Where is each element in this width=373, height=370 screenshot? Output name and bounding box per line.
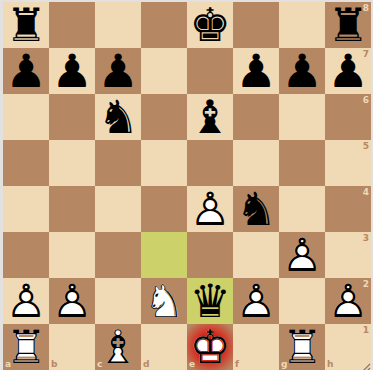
piece-black-pawn-a7[interactable]: ♟	[3, 48, 49, 94]
piece-glyph: ♞	[233, 186, 279, 232]
piece-outline-glyph: ♖	[3, 324, 49, 370]
square-a8[interactable]: ♜	[3, 2, 49, 48]
piece-black-queen-e2[interactable]: ♛	[187, 278, 233, 324]
square-h4[interactable]: 4	[325, 186, 371, 232]
piece-outline-glyph: ♙	[279, 232, 325, 278]
square-h3[interactable]: 3	[325, 232, 371, 278]
square-b1[interactable]: b	[49, 324, 95, 370]
square-d2[interactable]: ♞♘	[141, 278, 187, 324]
square-f5[interactable]	[233, 140, 279, 186]
square-g8[interactable]	[279, 2, 325, 48]
square-b8[interactable]	[49, 2, 95, 48]
piece-black-pawn-f7[interactable]: ♟	[233, 48, 279, 94]
chess-board: ♜♚♜8♟♟♟♟♟♟7♞♝65♟♙♞4♟♙3♟♙♟♙♞♘♛♟♙♟♙2♜♖ab♝♗…	[3, 2, 371, 370]
square-b4[interactable]	[49, 186, 95, 232]
square-d7[interactable]	[141, 48, 187, 94]
piece-white-bishop-c1[interactable]: ♝♗	[95, 324, 141, 370]
square-b7[interactable]: ♟	[49, 48, 95, 94]
piece-black-knight-c6[interactable]: ♞	[95, 94, 141, 140]
square-g2[interactable]	[279, 278, 325, 324]
file-label-f: f	[235, 359, 239, 369]
board-resize-handle-icon[interactable]	[360, 358, 371, 369]
piece-outline-glyph: ♖	[279, 324, 325, 370]
piece-glyph: ♛	[187, 278, 233, 324]
piece-glyph: ♟	[49, 48, 95, 94]
square-e1[interactable]: ♚♔e	[187, 324, 233, 370]
square-a1[interactable]: ♜♖a	[3, 324, 49, 370]
piece-white-king-e1[interactable]: ♚♔	[187, 324, 233, 370]
piece-outline-glyph: ♙	[3, 278, 49, 324]
square-d3[interactable]	[141, 232, 187, 278]
square-c4[interactable]	[95, 186, 141, 232]
square-a5[interactable]	[3, 140, 49, 186]
square-e8[interactable]: ♚	[187, 2, 233, 48]
square-f2[interactable]: ♟♙	[233, 278, 279, 324]
piece-glyph: ♞	[95, 94, 141, 140]
square-d4[interactable]	[141, 186, 187, 232]
square-c1[interactable]: ♝♗c	[95, 324, 141, 370]
square-e6[interactable]: ♝	[187, 94, 233, 140]
square-c7[interactable]: ♟	[95, 48, 141, 94]
last-move-highlight-d3	[141, 232, 187, 278]
square-c3[interactable]	[95, 232, 141, 278]
piece-outline-glyph: ♙	[49, 278, 95, 324]
file-label-b: b	[51, 359, 57, 369]
square-e5[interactable]	[187, 140, 233, 186]
piece-black-pawn-c7[interactable]: ♟	[95, 48, 141, 94]
piece-glyph: ♟	[95, 48, 141, 94]
square-d8[interactable]	[141, 2, 187, 48]
square-g3[interactable]: ♟♙	[279, 232, 325, 278]
piece-black-king-e8[interactable]: ♚	[187, 2, 233, 48]
piece-glyph: ♟	[325, 48, 371, 94]
square-f3[interactable]	[233, 232, 279, 278]
square-h2[interactable]: ♟♙2	[325, 278, 371, 324]
piece-white-knight-d2[interactable]: ♞♘	[141, 278, 187, 324]
piece-white-pawn-h2[interactable]: ♟♙	[325, 278, 371, 324]
square-f7[interactable]: ♟	[233, 48, 279, 94]
square-e3[interactable]	[187, 232, 233, 278]
board-frame: ♜♚♜8♟♟♟♟♟♟7♞♝65♟♙♞4♟♙3♟♙♟♙♞♘♛♟♙♟♙2♜♖ab♝♗…	[0, 0, 373, 370]
square-c5[interactable]	[95, 140, 141, 186]
square-g5[interactable]	[279, 140, 325, 186]
piece-glyph: ♟	[279, 48, 325, 94]
piece-black-rook-a8[interactable]: ♜	[3, 2, 49, 48]
square-d5[interactable]	[141, 140, 187, 186]
square-f8[interactable]	[233, 2, 279, 48]
piece-black-rook-h8[interactable]: ♜	[325, 2, 371, 48]
square-a2[interactable]: ♟♙	[3, 278, 49, 324]
piece-white-pawn-e4[interactable]: ♟♙	[187, 186, 233, 232]
piece-glyph: ♚	[187, 2, 233, 48]
square-f4[interactable]: ♞	[233, 186, 279, 232]
piece-outline-glyph: ♘	[141, 278, 187, 324]
square-a3[interactable]	[3, 232, 49, 278]
file-label-d: d	[143, 359, 149, 369]
piece-glyph: ♟	[3, 48, 49, 94]
square-c2[interactable]	[95, 278, 141, 324]
rank-label-3: 3	[363, 233, 369, 243]
square-b3[interactable]	[49, 232, 95, 278]
square-h7[interactable]: ♟7	[325, 48, 371, 94]
rank-label-5: 5	[363, 141, 369, 151]
square-a4[interactable]	[3, 186, 49, 232]
piece-black-pawn-b7[interactable]: ♟	[49, 48, 95, 94]
piece-black-pawn-h7[interactable]: ♟	[325, 48, 371, 94]
piece-glyph: ♝	[187, 94, 233, 140]
square-a6[interactable]	[3, 94, 49, 140]
piece-white-pawn-f2[interactable]: ♟♙	[233, 278, 279, 324]
piece-white-rook-a1[interactable]: ♜♖	[3, 324, 49, 370]
square-d1[interactable]: d	[141, 324, 187, 370]
piece-glyph: ♟	[233, 48, 279, 94]
square-e7[interactable]	[187, 48, 233, 94]
piece-white-pawn-a2[interactable]: ♟♙	[3, 278, 49, 324]
square-g6[interactable]	[279, 94, 325, 140]
square-e4[interactable]: ♟♙	[187, 186, 233, 232]
piece-outline-glyph: ♔	[187, 324, 233, 370]
square-b2[interactable]: ♟♙	[49, 278, 95, 324]
rank-label-4: 4	[363, 187, 369, 197]
square-g4[interactable]	[279, 186, 325, 232]
piece-black-bishop-e6[interactable]: ♝	[187, 94, 233, 140]
square-b5[interactable]	[49, 140, 95, 186]
piece-white-rook-g1[interactable]: ♜♖	[279, 324, 325, 370]
file-label-h: h	[327, 359, 333, 369]
square-h5[interactable]: 5	[325, 140, 371, 186]
piece-glyph: ♜	[325, 2, 371, 48]
rank-label-6: 6	[363, 95, 369, 105]
square-f6[interactable]	[233, 94, 279, 140]
piece-white-pawn-b2[interactable]: ♟♙	[49, 278, 95, 324]
square-d6[interactable]	[141, 94, 187, 140]
square-g7[interactable]: ♟	[279, 48, 325, 94]
square-h8[interactable]: ♜8	[325, 2, 371, 48]
piece-outline-glyph: ♙	[325, 278, 371, 324]
piece-glyph: ♜	[3, 2, 49, 48]
piece-outline-glyph: ♙	[233, 278, 279, 324]
square-e2[interactable]: ♛	[187, 278, 233, 324]
square-a7[interactable]: ♟	[3, 48, 49, 94]
square-h6[interactable]: 6	[325, 94, 371, 140]
square-c8[interactable]	[95, 2, 141, 48]
square-c6[interactable]: ♞	[95, 94, 141, 140]
rank-label-1: 1	[363, 325, 369, 335]
piece-black-knight-f4[interactable]: ♞	[233, 186, 279, 232]
piece-outline-glyph: ♗	[95, 324, 141, 370]
piece-outline-glyph: ♙	[187, 186, 233, 232]
piece-black-pawn-g7[interactable]: ♟	[279, 48, 325, 94]
square-b6[interactable]	[49, 94, 95, 140]
piece-white-pawn-g3[interactable]: ♟♙	[279, 232, 325, 278]
square-g1[interactable]: ♜♖g	[279, 324, 325, 370]
square-f1[interactable]: f	[233, 324, 279, 370]
